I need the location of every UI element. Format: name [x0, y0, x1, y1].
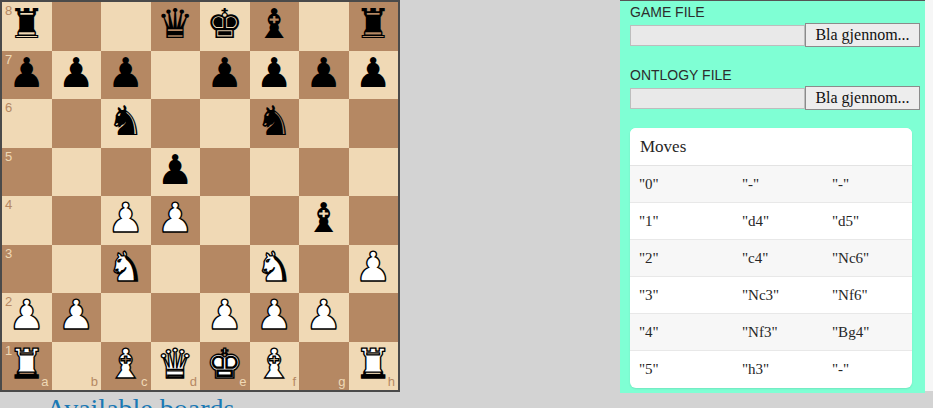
piece-white-knight: ♞	[107, 247, 144, 291]
file-label-f: f	[292, 375, 296, 388]
game-file-label: GAME FILE	[630, 4, 925, 20]
piece-black-knight: ♞	[107, 101, 144, 145]
ontology-file-browse-button[interactable]: Bla gjennom...	[805, 86, 920, 110]
piece-black-bishop: ♝	[305, 198, 342, 242]
piece-black-queen: ♛	[157, 4, 194, 48]
square-e5[interactable]	[200, 148, 250, 197]
side-panel: GAME FILE Bla gjennom... ONTLOGY FILE Bl…	[620, 0, 925, 393]
square-g1[interactable]: g	[299, 342, 349, 391]
square-f4[interactable]	[250, 196, 300, 245]
square-d1[interactable]: d♛	[151, 342, 201, 391]
square-e2[interactable]: ♟	[200, 293, 250, 342]
square-f6[interactable]: ♞	[250, 99, 300, 148]
square-d8[interactable]: ♛	[151, 2, 201, 51]
square-g8[interactable]	[299, 2, 349, 51]
piece-white-pawn: ♟	[206, 295, 243, 339]
game-file-input-group: Bla gjennom...	[630, 23, 925, 47]
piece-black-king: ♚	[206, 4, 243, 48]
piece-black-pawn: ♟	[355, 53, 392, 97]
rank-label-2: 2	[5, 295, 12, 308]
square-c3[interactable]: ♞	[101, 245, 151, 294]
file-label-b: b	[91, 375, 98, 388]
square-a8[interactable]: 8♜	[2, 2, 52, 51]
move-cell-0-2: "-"	[823, 176, 912, 193]
move-cell-1-2: "d5"	[823, 213, 912, 230]
move-cell-3-0: "3"	[630, 287, 733, 304]
moves-table: Moves "0""-""-""1""d4""d5""2""c4""Nc6""3…	[630, 128, 912, 388]
square-g6[interactable]	[299, 99, 349, 148]
piece-white-pawn: ♟	[107, 198, 144, 242]
square-c5[interactable]	[101, 148, 151, 197]
moves-rows: "0""-""-""1""d4""d5""2""c4""Nc6""3""Nc3"…	[630, 166, 912, 388]
square-f2[interactable]: ♟	[250, 293, 300, 342]
piece-white-queen: ♛	[157, 344, 194, 388]
piece-black-pawn: ♟	[206, 53, 243, 97]
chess-board: 8♜♛♚♝♜7♟♟♟♟♟♟♟6♞♞5♟4♟♟♝3♞♞♟2♟♟♟♟♟1a♜bc♝d…	[0, 0, 400, 392]
square-h1[interactable]: h♜	[349, 342, 399, 391]
piece-black-pawn: ♟	[8, 53, 45, 97]
piece-white-pawn: ♟	[355, 247, 392, 291]
square-a4[interactable]: 4	[2, 196, 52, 245]
scrollbar-track	[925, 0, 933, 391]
move-row-5: "5""h3""-"	[630, 351, 912, 388]
square-b3[interactable]	[52, 245, 102, 294]
square-e6[interactable]	[200, 99, 250, 148]
square-f5[interactable]	[250, 148, 300, 197]
file-label-g: g	[338, 375, 345, 388]
rank-label-6: 6	[5, 101, 12, 114]
file-label-c: c	[141, 375, 148, 388]
move-row-2: "2""c4""Nc6"	[630, 240, 912, 277]
ontology-file-input-group: Bla gjennom...	[630, 86, 925, 110]
square-d6[interactable]	[151, 99, 201, 148]
move-cell-5-0: "5"	[630, 361, 733, 378]
piece-white-pawn: ♟	[58, 295, 95, 339]
square-g4[interactable]: ♝	[299, 196, 349, 245]
piece-white-pawn: ♟	[305, 295, 342, 339]
square-f3[interactable]: ♞	[250, 245, 300, 294]
square-c8[interactable]	[101, 2, 151, 51]
move-cell-5-1: "h3"	[733, 361, 823, 378]
square-a6[interactable]: 6	[2, 99, 52, 148]
move-cell-4-1: "Nf3"	[733, 324, 823, 341]
piece-white-pawn: ♟	[157, 198, 194, 242]
piece-black-bishop: ♝	[256, 4, 293, 48]
piece-black-pawn: ♟	[107, 53, 144, 97]
file-label-e: e	[239, 375, 246, 388]
square-e4[interactable]	[200, 196, 250, 245]
square-c7[interactable]: ♟	[101, 51, 151, 100]
file-label-d: d	[190, 375, 197, 388]
square-h5[interactable]	[349, 148, 399, 197]
square-g2[interactable]: ♟	[299, 293, 349, 342]
square-b1[interactable]: b	[52, 342, 102, 391]
ontology-file-label: ONTLOGY FILE	[630, 67, 925, 83]
square-d3[interactable]	[151, 245, 201, 294]
square-e1[interactable]: e♚	[200, 342, 250, 391]
piece-white-pawn: ♟	[256, 295, 293, 339]
available-boards-link[interactable]: Available boards	[46, 393, 234, 408]
file-label-a: a	[41, 375, 48, 388]
square-f8[interactable]: ♝	[250, 2, 300, 51]
square-c4[interactable]: ♟	[101, 196, 151, 245]
move-cell-4-0: "4"	[630, 324, 733, 341]
piece-white-rook: ♜	[8, 344, 45, 388]
piece-white-pawn: ♟	[8, 295, 45, 339]
square-a2[interactable]: 2♟	[2, 293, 52, 342]
square-f1[interactable]: f♝	[250, 342, 300, 391]
square-b4[interactable]	[52, 196, 102, 245]
piece-black-pawn: ♟	[58, 53, 95, 97]
piece-black-rook: ♜	[355, 4, 392, 48]
square-e3[interactable]	[200, 245, 250, 294]
piece-black-pawn: ♟	[157, 150, 194, 194]
square-d7[interactable]	[151, 51, 201, 100]
rank-label-7: 7	[5, 53, 12, 66]
square-a3[interactable]: 3	[2, 245, 52, 294]
rank-label-4: 4	[5, 198, 12, 211]
move-cell-0-0: "0"	[630, 176, 733, 193]
square-h3[interactable]: ♟	[349, 245, 399, 294]
square-a5[interactable]: 5	[2, 148, 52, 197]
square-c2[interactable]	[101, 293, 151, 342]
piece-black-pawn: ♟	[305, 53, 342, 97]
square-h6[interactable]	[349, 99, 399, 148]
square-c1[interactable]: c♝	[101, 342, 151, 391]
move-cell-2-1: "c4"	[733, 250, 823, 267]
move-row-3: "3""Nc3""Nf6"	[630, 277, 912, 314]
rank-label-1: 1	[5, 344, 12, 357]
square-a7[interactable]: 7♟	[2, 51, 52, 100]
piece-black-rook: ♜	[8, 4, 45, 48]
square-a1[interactable]: 1a♜	[2, 342, 52, 391]
square-b5[interactable]	[52, 148, 102, 197]
rank-label-8: 8	[5, 4, 12, 17]
square-g7[interactable]: ♟	[299, 51, 349, 100]
move-row-0: "0""-""-"	[630, 166, 912, 203]
square-h8[interactable]: ♜	[349, 2, 399, 51]
piece-white-king: ♚	[206, 344, 243, 388]
move-row-1: "1""d4""d5"	[630, 203, 912, 240]
piece-white-knight: ♞	[256, 247, 293, 291]
square-d5[interactable]: ♟	[151, 148, 201, 197]
square-b6[interactable]	[52, 99, 102, 148]
file-label-h: h	[388, 375, 395, 388]
piece-black-knight: ♞	[256, 101, 293, 145]
square-b8[interactable]	[52, 2, 102, 51]
move-cell-1-0: "1"	[630, 213, 733, 230]
move-cell-2-0: "2"	[630, 250, 733, 267]
piece-white-bishop: ♝	[107, 344, 144, 388]
square-h7[interactable]: ♟	[349, 51, 399, 100]
square-h2[interactable]	[349, 293, 399, 342]
move-row-4: "4""Nf3""Bg4"	[630, 314, 912, 351]
piece-white-rook: ♜	[355, 344, 392, 388]
move-cell-1-1: "d4"	[733, 213, 823, 230]
move-cell-3-1: "Nc3"	[733, 287, 823, 304]
square-b7[interactable]: ♟	[52, 51, 102, 100]
square-g5[interactable]	[299, 148, 349, 197]
game-file-input[interactable]	[630, 25, 805, 46]
square-b2[interactable]: ♟	[52, 293, 102, 342]
piece-white-bishop: ♝	[256, 344, 293, 388]
move-cell-4-2: "Bg4"	[823, 324, 912, 341]
ontology-file-input[interactable]	[630, 88, 805, 109]
square-d4[interactable]: ♟	[151, 196, 201, 245]
game-file-browse-button[interactable]: Bla gjennom...	[805, 23, 920, 47]
square-h4[interactable]	[349, 196, 399, 245]
rank-label-5: 5	[5, 150, 12, 163]
moves-table-title: Moves	[630, 128, 912, 166]
square-c6[interactable]: ♞	[101, 99, 151, 148]
square-d2[interactable]	[151, 293, 201, 342]
move-cell-0-1: "-"	[733, 176, 823, 193]
square-g3[interactable]	[299, 245, 349, 294]
move-cell-2-2: "Nc6"	[823, 250, 912, 267]
rank-label-3: 3	[5, 247, 12, 260]
square-e7[interactable]: ♟	[200, 51, 250, 100]
piece-black-pawn: ♟	[256, 53, 293, 97]
move-cell-5-2: "-"	[823, 361, 912, 378]
move-cell-3-2: "Nf6"	[823, 287, 912, 304]
square-f7[interactable]: ♟	[250, 51, 300, 100]
square-e8[interactable]: ♚	[200, 2, 250, 51]
